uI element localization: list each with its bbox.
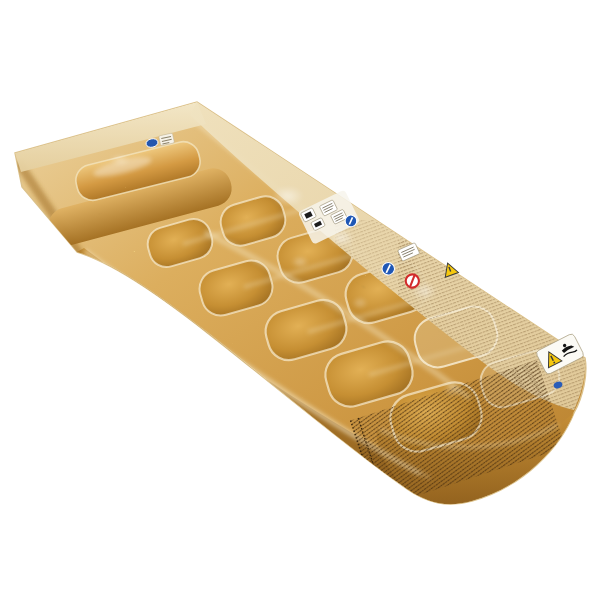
pool-float-illustration (0, 0, 600, 600)
product-photo-stage (0, 0, 600, 600)
